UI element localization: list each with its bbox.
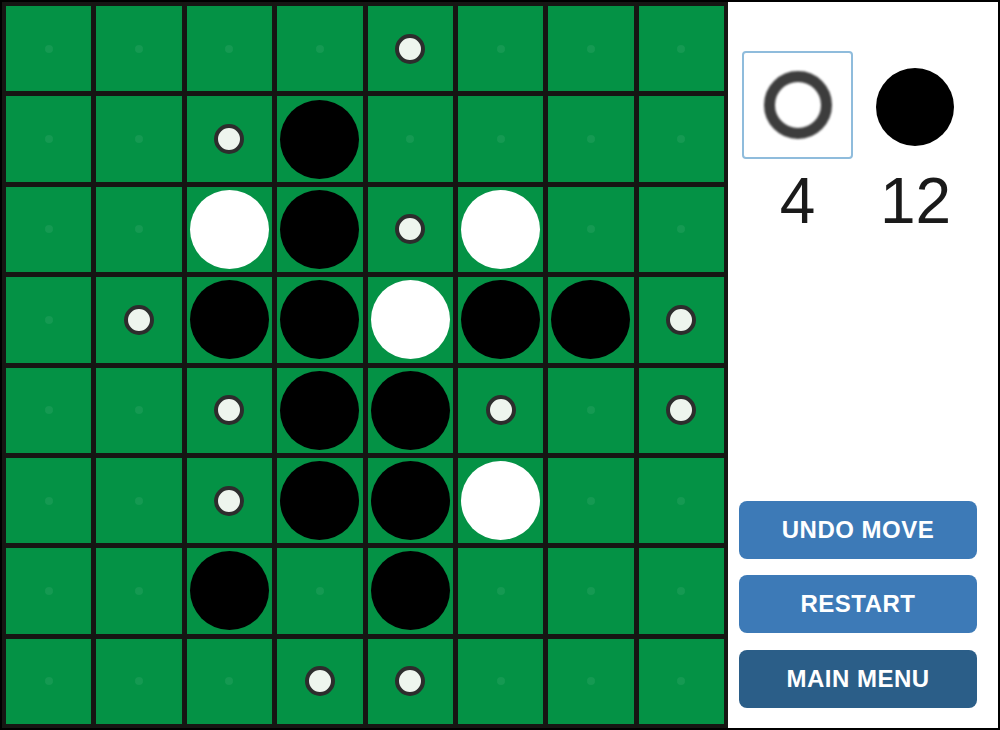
board-cell-a3[interactable] xyxy=(6,187,91,272)
board-cell-c6[interactable] xyxy=(187,458,272,543)
board-cell-g6[interactable] xyxy=(548,458,633,543)
board-cell-h6[interactable] xyxy=(639,458,724,543)
board-cell-a5[interactable] xyxy=(6,368,91,453)
black-disc xyxy=(280,190,359,269)
board-cell-h7[interactable] xyxy=(639,548,724,633)
board-cell-h8[interactable] xyxy=(639,639,724,724)
board-cell-h1[interactable] xyxy=(639,6,724,91)
board-cell-a7[interactable] xyxy=(6,548,91,633)
board-cell-d7[interactable] xyxy=(277,548,362,633)
black-disc xyxy=(551,280,630,359)
legal-move-hint[interactable] xyxy=(395,214,425,244)
black-disc xyxy=(461,280,540,359)
board-cell-g5[interactable] xyxy=(548,368,633,453)
board-cell-f8[interactable] xyxy=(458,639,543,724)
board-cell-e3[interactable] xyxy=(368,187,453,272)
legal-move-hint[interactable] xyxy=(124,305,154,335)
board-cell-f3[interactable] xyxy=(458,187,543,272)
board-cell-e1[interactable] xyxy=(368,6,453,91)
legal-move-hint[interactable] xyxy=(666,395,696,425)
board-cell-g1[interactable] xyxy=(548,6,633,91)
black-disc xyxy=(280,371,359,450)
board-cell-a1[interactable] xyxy=(6,6,91,91)
white-disc xyxy=(371,280,450,359)
black-disc xyxy=(280,461,359,540)
board-cell-g7[interactable] xyxy=(548,548,633,633)
board-cell-b2[interactable] xyxy=(96,96,181,181)
black-disc xyxy=(190,280,269,359)
white-disc xyxy=(190,190,269,269)
board xyxy=(2,2,728,728)
board-cell-a4[interactable] xyxy=(6,277,91,362)
black-disc-icon xyxy=(876,68,954,146)
legal-move-hint[interactable] xyxy=(214,486,244,516)
board-cell-g3[interactable] xyxy=(548,187,633,272)
board-cell-f6[interactable] xyxy=(458,458,543,543)
othello-game-window: 4 12 UNDO MOVE RESTART MAIN MENU xyxy=(0,0,1000,730)
board-cell-g4[interactable] xyxy=(548,277,633,362)
board-cell-b4[interactable] xyxy=(96,277,181,362)
board-cell-h4[interactable] xyxy=(639,277,724,362)
legal-move-hint[interactable] xyxy=(395,666,425,696)
black-disc xyxy=(280,100,359,179)
board-cell-d6[interactable] xyxy=(277,458,362,543)
restart-button[interactable]: RESTART xyxy=(739,575,977,633)
board-cell-g8[interactable] xyxy=(548,639,633,724)
board-cell-f4[interactable] xyxy=(458,277,543,362)
board-cell-a2[interactable] xyxy=(6,96,91,181)
board-cell-d8[interactable] xyxy=(277,639,362,724)
board-cell-c4[interactable] xyxy=(187,277,272,362)
board-cell-f5[interactable] xyxy=(458,368,543,453)
black-score: 12 xyxy=(868,168,963,235)
legal-move-hint[interactable] xyxy=(305,666,335,696)
black-disc xyxy=(280,280,359,359)
black-disc xyxy=(371,371,450,450)
board-cell-c1[interactable] xyxy=(187,6,272,91)
board-cell-d3[interactable] xyxy=(277,187,362,272)
legal-move-hint[interactable] xyxy=(214,124,244,154)
board-cell-b5[interactable] xyxy=(96,368,181,453)
board-cell-c3[interactable] xyxy=(187,187,272,272)
white-turn-indicator-box xyxy=(742,51,853,159)
main-menu-button[interactable]: MAIN MENU xyxy=(739,650,977,708)
board-cell-g2[interactable] xyxy=(548,96,633,181)
board-cell-c7[interactable] xyxy=(187,548,272,633)
board-cell-h5[interactable] xyxy=(639,368,724,453)
board-cell-a6[interactable] xyxy=(6,458,91,543)
white-score: 4 xyxy=(742,168,853,235)
board-cell-d1[interactable] xyxy=(277,6,362,91)
board-cell-d4[interactable] xyxy=(277,277,362,362)
board-cell-d2[interactable] xyxy=(277,96,362,181)
board-cell-f7[interactable] xyxy=(458,548,543,633)
board-cell-b3[interactable] xyxy=(96,187,181,272)
board-cell-e5[interactable] xyxy=(368,368,453,453)
board-cell-c5[interactable] xyxy=(187,368,272,453)
board-cell-e8[interactable] xyxy=(368,639,453,724)
board-cell-b1[interactable] xyxy=(96,6,181,91)
black-disc xyxy=(371,551,450,630)
legal-move-hint[interactable] xyxy=(486,395,516,425)
board-cell-e7[interactable] xyxy=(368,548,453,633)
board-cell-e2[interactable] xyxy=(368,96,453,181)
board-cell-h3[interactable] xyxy=(639,187,724,272)
legal-move-hint[interactable] xyxy=(395,34,425,64)
board-cell-b8[interactable] xyxy=(96,639,181,724)
black-disc xyxy=(371,461,450,540)
black-disc xyxy=(190,551,269,630)
board-cell-e6[interactable] xyxy=(368,458,453,543)
board-cell-e4[interactable] xyxy=(368,277,453,362)
board-cell-f2[interactable] xyxy=(458,96,543,181)
board-cell-h2[interactable] xyxy=(639,96,724,181)
white-disc-icon xyxy=(764,71,832,139)
board-cell-d5[interactable] xyxy=(277,368,362,453)
board-cell-f1[interactable] xyxy=(458,6,543,91)
white-disc xyxy=(461,461,540,540)
side-panel: 4 12 UNDO MOVE RESTART MAIN MENU xyxy=(728,2,998,728)
board-cell-c2[interactable] xyxy=(187,96,272,181)
undo-move-button[interactable]: UNDO MOVE xyxy=(739,501,977,559)
board-cell-c8[interactable] xyxy=(187,639,272,724)
board-cell-b7[interactable] xyxy=(96,548,181,633)
legal-move-hint[interactable] xyxy=(666,305,696,335)
white-disc xyxy=(461,190,540,269)
board-cell-a8[interactable] xyxy=(6,639,91,724)
legal-move-hint[interactable] xyxy=(214,395,244,425)
board-cell-b6[interactable] xyxy=(96,458,181,543)
